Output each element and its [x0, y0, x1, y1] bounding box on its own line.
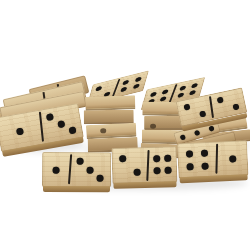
pip	[191, 83, 198, 88]
domino-tile	[42, 152, 111, 192]
domino-face	[177, 140, 249, 178]
pip	[217, 96, 224, 103]
pip	[52, 166, 59, 173]
domino-face	[111, 146, 177, 184]
pip	[186, 163, 193, 170]
pip	[201, 150, 208, 157]
domino-edge	[113, 181, 176, 189]
pip	[16, 127, 24, 135]
pip	[46, 113, 54, 121]
pip	[134, 169, 141, 176]
domino-half-left	[42, 152, 70, 187]
domino-set-photo	[0, 0, 250, 250]
pip	[162, 89, 169, 94]
pip	[153, 168, 160, 175]
pip	[179, 134, 185, 140]
front-domino-row	[42, 140, 250, 196]
pip	[119, 155, 126, 162]
stack-plank	[85, 95, 135, 111]
domino-tile	[177, 140, 249, 183]
pip	[57, 120, 65, 128]
pip	[95, 86, 102, 92]
pip	[199, 111, 206, 118]
domino-half-right	[147, 146, 177, 183]
domino-half-left	[177, 142, 218, 179]
pip	[77, 158, 84, 165]
stack-plank	[84, 110, 134, 124]
pip	[165, 167, 172, 174]
pip	[186, 150, 193, 157]
pip	[229, 155, 236, 162]
pip	[194, 129, 200, 135]
pip	[87, 166, 94, 173]
pip	[97, 175, 104, 182]
pip	[202, 162, 209, 169]
pip	[120, 87, 127, 93]
pip	[68, 126, 76, 134]
domino-half-right	[216, 140, 248, 176]
domino-face	[42, 152, 111, 187]
pip	[150, 91, 157, 96]
domino-half-right	[70, 152, 112, 187]
pip	[164, 154, 171, 161]
pip	[153, 155, 160, 162]
pip	[232, 104, 239, 111]
wood-knot	[150, 124, 156, 129]
pip	[122, 79, 129, 85]
domino-half-left	[111, 147, 148, 184]
domino-tile	[111, 146, 177, 189]
domino-edge	[43, 186, 110, 192]
pip	[184, 103, 191, 110]
